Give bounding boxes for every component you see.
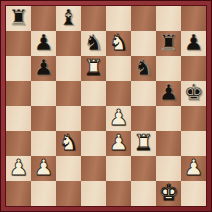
square-h3[interactable] bbox=[181, 131, 206, 156]
square-a4[interactable] bbox=[6, 106, 31, 131]
square-e1[interactable] bbox=[106, 181, 131, 206]
square-b1[interactable] bbox=[31, 181, 56, 206]
square-a6[interactable] bbox=[6, 56, 31, 81]
black-rook: ♜ bbox=[159, 30, 179, 55]
square-g8[interactable] bbox=[156, 6, 181, 31]
white-pawn: ♟ bbox=[34, 155, 54, 180]
square-a1[interactable] bbox=[6, 181, 31, 206]
square-h8[interactable] bbox=[181, 6, 206, 31]
square-a3[interactable] bbox=[6, 131, 31, 156]
chess-board: ♜♝♟♞♞♜♟♟♜♞♟♚♟♞♟♜♟♟♟♚ bbox=[6, 6, 206, 206]
square-b7[interactable]: ♟ bbox=[31, 31, 56, 56]
square-c7[interactable] bbox=[56, 31, 81, 56]
square-g2[interactable] bbox=[156, 156, 181, 181]
square-d7[interactable]: ♞ bbox=[81, 31, 106, 56]
square-f4[interactable] bbox=[131, 106, 156, 131]
square-b5[interactable] bbox=[31, 81, 56, 106]
square-a2[interactable]: ♟ bbox=[6, 156, 31, 181]
white-knight: ♞ bbox=[109, 30, 129, 55]
black-pawn: ♟ bbox=[34, 55, 54, 80]
square-d4[interactable] bbox=[81, 106, 106, 131]
square-g1[interactable]: ♚ bbox=[156, 181, 181, 206]
square-c3[interactable]: ♞ bbox=[56, 131, 81, 156]
square-b2[interactable]: ♟ bbox=[31, 156, 56, 181]
square-f8[interactable] bbox=[131, 6, 156, 31]
black-pawn: ♟ bbox=[184, 30, 204, 55]
square-d5[interactable] bbox=[81, 81, 106, 106]
square-h2[interactable]: ♟ bbox=[181, 156, 206, 181]
square-c4[interactable] bbox=[56, 106, 81, 131]
square-g7[interactable]: ♜ bbox=[156, 31, 181, 56]
white-pawn: ♟ bbox=[109, 130, 129, 155]
square-f2[interactable] bbox=[131, 156, 156, 181]
square-a7[interactable] bbox=[6, 31, 31, 56]
square-h6[interactable] bbox=[181, 56, 206, 81]
square-c6[interactable] bbox=[56, 56, 81, 81]
square-d3[interactable] bbox=[81, 131, 106, 156]
square-f1[interactable] bbox=[131, 181, 156, 206]
white-king: ♚ bbox=[159, 180, 179, 205]
black-knight: ♞ bbox=[84, 30, 104, 55]
white-pawn: ♟ bbox=[109, 105, 129, 130]
black-pawn: ♟ bbox=[34, 30, 54, 55]
square-a8[interactable]: ♜ bbox=[6, 6, 31, 31]
square-c2[interactable] bbox=[56, 156, 81, 181]
square-g5[interactable]: ♟ bbox=[156, 81, 181, 106]
square-d2[interactable] bbox=[81, 156, 106, 181]
chess-board-frame: ♜♝♟♞♞♜♟♟♜♞♟♚♟♞♟♜♟♟♟♚ bbox=[0, 0, 212, 212]
square-g4[interactable] bbox=[156, 106, 181, 131]
black-pawn: ♟ bbox=[159, 80, 179, 105]
square-h1[interactable] bbox=[181, 181, 206, 206]
square-d6[interactable]: ♜ bbox=[81, 56, 106, 81]
square-e8[interactable] bbox=[106, 6, 131, 31]
square-h5[interactable]: ♚ bbox=[181, 81, 206, 106]
square-b8[interactable] bbox=[31, 6, 56, 31]
square-f3[interactable]: ♜ bbox=[131, 131, 156, 156]
square-c1[interactable] bbox=[56, 181, 81, 206]
square-e7[interactable]: ♞ bbox=[106, 31, 131, 56]
square-b3[interactable] bbox=[31, 131, 56, 156]
square-b6[interactable]: ♟ bbox=[31, 56, 56, 81]
square-g3[interactable] bbox=[156, 131, 181, 156]
square-f5[interactable] bbox=[131, 81, 156, 106]
square-e2[interactable] bbox=[106, 156, 131, 181]
white-knight: ♞ bbox=[59, 130, 79, 155]
square-d1[interactable] bbox=[81, 181, 106, 206]
square-e3[interactable]: ♟ bbox=[106, 131, 131, 156]
square-e4[interactable]: ♟ bbox=[106, 106, 131, 131]
square-a5[interactable] bbox=[6, 81, 31, 106]
black-knight: ♞ bbox=[134, 55, 154, 80]
white-rook: ♜ bbox=[134, 130, 154, 155]
square-f7[interactable] bbox=[131, 31, 156, 56]
black-bishop: ♝ bbox=[59, 5, 79, 30]
square-g6[interactable] bbox=[156, 56, 181, 81]
white-pawn: ♟ bbox=[184, 155, 204, 180]
black-rook: ♜ bbox=[9, 5, 29, 30]
square-c8[interactable]: ♝ bbox=[56, 6, 81, 31]
square-d8[interactable] bbox=[81, 6, 106, 31]
black-king: ♚ bbox=[184, 80, 204, 105]
square-b4[interactable] bbox=[31, 106, 56, 131]
square-h4[interactable] bbox=[181, 106, 206, 131]
white-pawn: ♟ bbox=[9, 155, 29, 180]
square-c5[interactable] bbox=[56, 81, 81, 106]
square-f6[interactable]: ♞ bbox=[131, 56, 156, 81]
square-e6[interactable] bbox=[106, 56, 131, 81]
square-h7[interactable]: ♟ bbox=[181, 31, 206, 56]
square-e5[interactable] bbox=[106, 81, 131, 106]
white-rook: ♜ bbox=[84, 55, 104, 80]
